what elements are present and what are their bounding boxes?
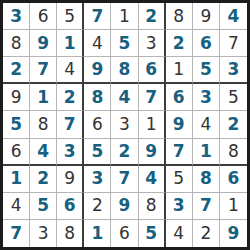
cell-r2c2[interactable]: 9: [30, 30, 57, 57]
cell-r8c4[interactable]: 2: [84, 193, 111, 220]
cell-r5c5[interactable]: 3: [111, 111, 138, 138]
cell-r5c7[interactable]: 9: [166, 111, 193, 138]
cell-r3c9[interactable]: 3: [220, 57, 247, 84]
cell-r5c4[interactable]: 6: [84, 111, 111, 138]
cell-r9c1[interactable]: 7: [3, 220, 30, 247]
cell-r1c6[interactable]: 2: [139, 3, 166, 30]
cell-r1c5[interactable]: 1: [111, 3, 138, 30]
cell-r3c7[interactable]: 1: [166, 57, 193, 84]
cell-r4c7[interactable]: 6: [166, 84, 193, 111]
cell-r9c7[interactable]: 4: [166, 220, 193, 247]
cell-r8c6[interactable]: 8: [139, 193, 166, 220]
cell-r4c9[interactable]: 5: [220, 84, 247, 111]
cell-r3c5[interactable]: 8: [111, 57, 138, 84]
cell-r7c9[interactable]: 6: [220, 166, 247, 193]
cell-r5c6[interactable]: 1: [139, 111, 166, 138]
cell-r3c2[interactable]: 7: [30, 57, 57, 84]
cell-r2c7[interactable]: 2: [166, 30, 193, 57]
cell-r7c2[interactable]: 2: [30, 166, 57, 193]
cell-r1c2[interactable]: 6: [30, 3, 57, 30]
cell-r2c1[interactable]: 8: [3, 30, 30, 57]
cell-r5c9[interactable]: 2: [220, 111, 247, 138]
cell-r7c8[interactable]: 8: [193, 166, 220, 193]
cell-r9c2[interactable]: 3: [30, 220, 57, 247]
cell-r2c5[interactable]: 5: [111, 30, 138, 57]
cell-r6c2[interactable]: 4: [30, 139, 57, 166]
cell-r9c8[interactable]: 2: [193, 220, 220, 247]
cell-r9c9[interactable]: 9: [220, 220, 247, 247]
cell-r7c6[interactable]: 4: [139, 166, 166, 193]
cell-r6c4[interactable]: 5: [84, 139, 111, 166]
cell-r9c6[interactable]: 5: [139, 220, 166, 247]
cell-r1c7[interactable]: 8: [166, 3, 193, 30]
cell-r6c8[interactable]: 1: [193, 139, 220, 166]
cell-r8c2[interactable]: 5: [30, 193, 57, 220]
cell-r6c9[interactable]: 8: [220, 139, 247, 166]
cell-r1c8[interactable]: 9: [193, 3, 220, 30]
cell-r2c6[interactable]: 3: [139, 30, 166, 57]
cell-r1c1[interactable]: 3: [3, 3, 30, 30]
cell-r6c6[interactable]: 9: [139, 139, 166, 166]
cell-r4c5[interactable]: 4: [111, 84, 138, 111]
cell-r6c5[interactable]: 2: [111, 139, 138, 166]
cell-r2c3[interactable]: 1: [57, 30, 84, 57]
cell-r6c1[interactable]: 6: [3, 139, 30, 166]
cell-r7c5[interactable]: 7: [111, 166, 138, 193]
cell-r9c4[interactable]: 1: [84, 220, 111, 247]
cell-r2c9[interactable]: 7: [220, 30, 247, 57]
cell-r4c2[interactable]: 1: [30, 84, 57, 111]
cell-r4c1[interactable]: 9: [3, 84, 30, 111]
cell-r3c1[interactable]: 2: [3, 57, 30, 84]
cell-r7c3[interactable]: 9: [57, 166, 84, 193]
cell-r5c3[interactable]: 7: [57, 111, 84, 138]
cell-r8c5[interactable]: 9: [111, 193, 138, 220]
cell-r8c8[interactable]: 7: [193, 193, 220, 220]
cell-r8c3[interactable]: 6: [57, 193, 84, 220]
cell-r1c9[interactable]: 4: [220, 3, 247, 30]
cell-r1c3[interactable]: 5: [57, 3, 84, 30]
cell-r4c3[interactable]: 2: [57, 84, 84, 111]
sudoku-app: 3657128948914532672749861539128476355876…: [0, 0, 250, 250]
cell-r5c1[interactable]: 5: [3, 111, 30, 138]
cell-r4c4[interactable]: 8: [84, 84, 111, 111]
cell-r8c1[interactable]: 4: [3, 193, 30, 220]
cell-r8c7[interactable]: 3: [166, 193, 193, 220]
cell-r4c8[interactable]: 3: [193, 84, 220, 111]
cell-r1c4[interactable]: 7: [84, 3, 111, 30]
cell-r9c3[interactable]: 8: [57, 220, 84, 247]
cell-r3c4[interactable]: 9: [84, 57, 111, 84]
cell-r5c8[interactable]: 4: [193, 111, 220, 138]
cell-r6c3[interactable]: 3: [57, 139, 84, 166]
cell-r6c7[interactable]: 7: [166, 139, 193, 166]
cell-r4c6[interactable]: 7: [139, 84, 166, 111]
cell-r7c4[interactable]: 3: [84, 166, 111, 193]
cell-r2c8[interactable]: 6: [193, 30, 220, 57]
cell-r3c3[interactable]: 4: [57, 57, 84, 84]
sudoku-board: 3657128948914532672749861539128476355876…: [0, 0, 250, 250]
cell-r9c5[interactable]: 6: [111, 220, 138, 247]
cell-r2c4[interactable]: 4: [84, 30, 111, 57]
cell-r7c1[interactable]: 1: [3, 166, 30, 193]
cell-r7c7[interactable]: 5: [166, 166, 193, 193]
cell-r3c6[interactable]: 6: [139, 57, 166, 84]
cell-r8c9[interactable]: 1: [220, 193, 247, 220]
cell-r5c2[interactable]: 8: [30, 111, 57, 138]
cell-r3c8[interactable]: 5: [193, 57, 220, 84]
